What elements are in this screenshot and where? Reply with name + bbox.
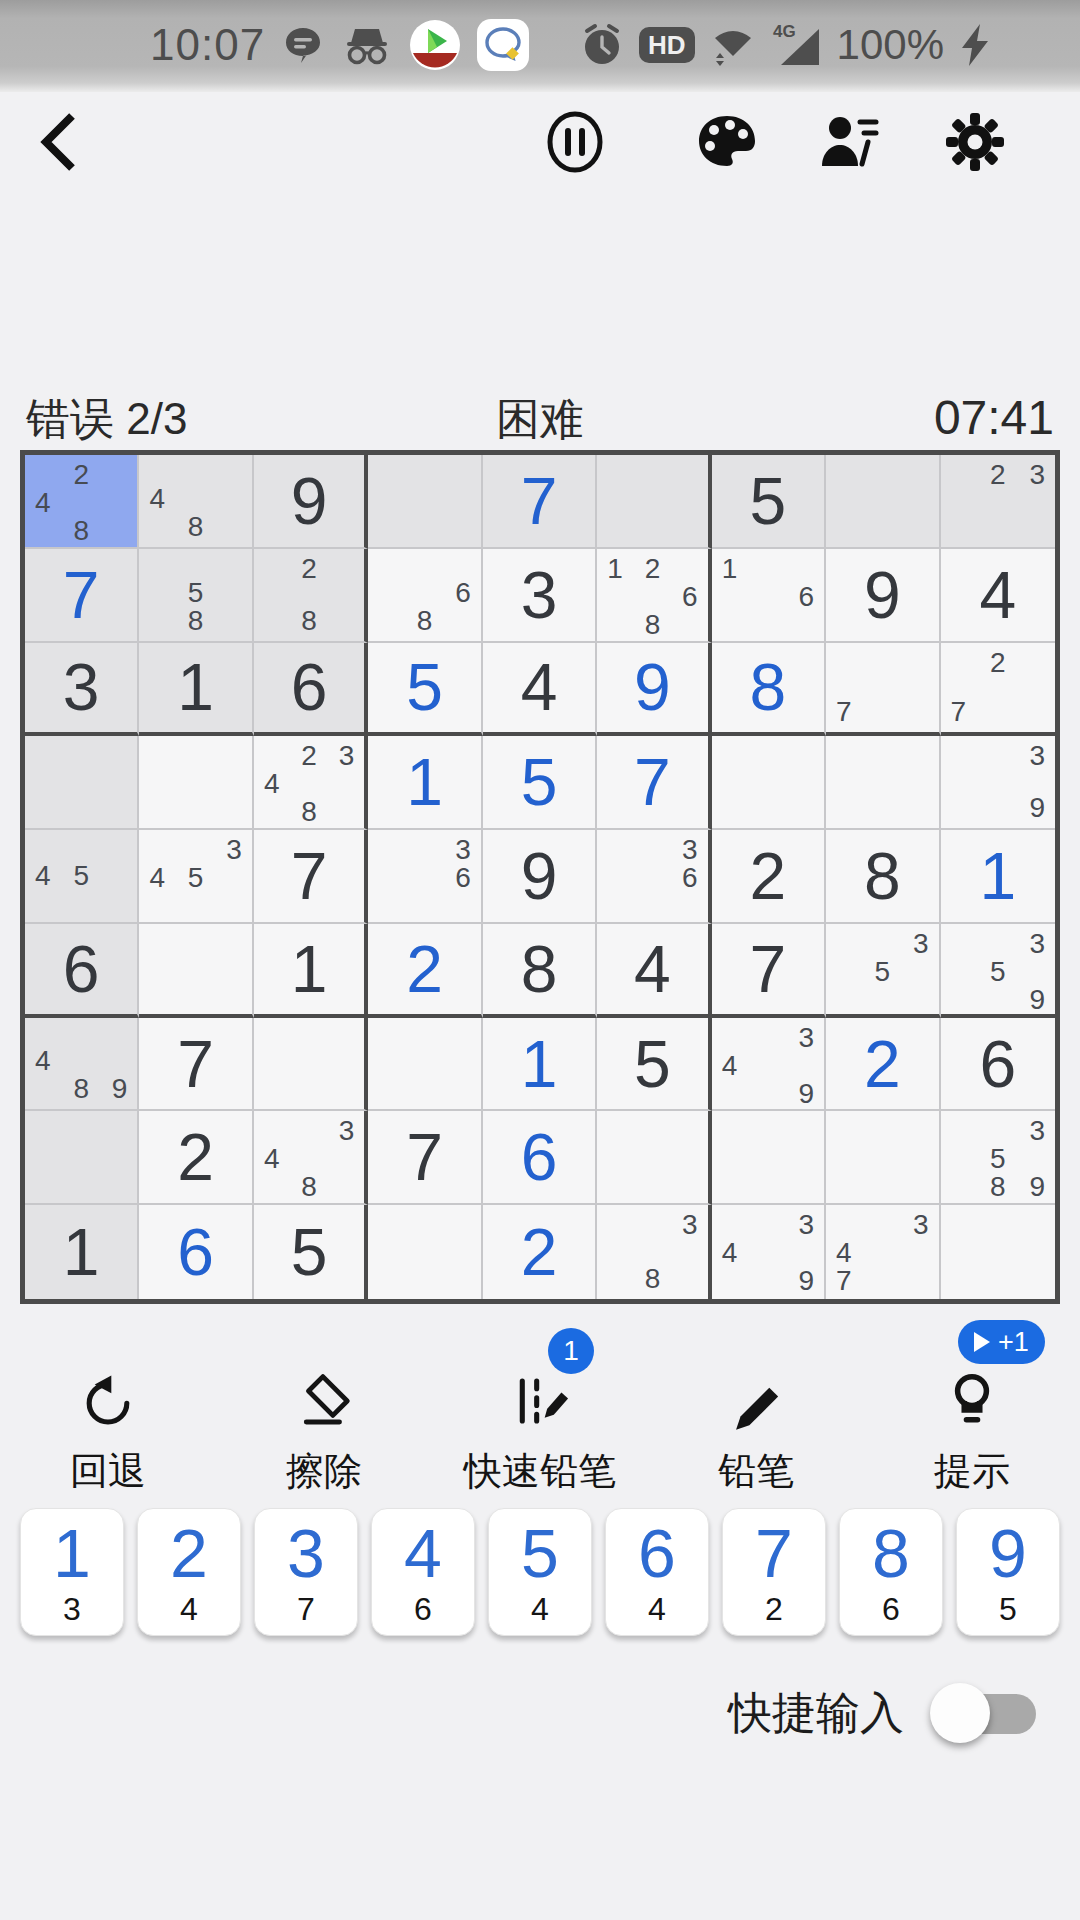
user-digit: 8 bbox=[712, 643, 824, 733]
video-app-icon bbox=[409, 19, 461, 71]
message-icon bbox=[281, 23, 325, 67]
user-digit: 1 bbox=[941, 830, 1055, 922]
pencil-marks: 28 bbox=[254, 549, 364, 641]
pencil-mark: 8 bbox=[73, 517, 89, 545]
given-digit: 5 bbox=[712, 455, 824, 547]
pencil-mark: 4 bbox=[35, 862, 51, 890]
cell-r6c8[interactable]: 35 bbox=[826, 924, 940, 1018]
given-digit: 9 bbox=[826, 549, 938, 641]
profile-button[interactable] bbox=[816, 110, 880, 174]
cell-r1c1[interactable]: 248 bbox=[25, 455, 139, 549]
pencil-marks: 3589 bbox=[941, 1111, 1055, 1203]
cell-r2c3[interactable]: 28 bbox=[254, 549, 368, 643]
cell-r9c5[interactable]: 2 bbox=[483, 1205, 597, 1299]
numpad-button-7[interactable]: 72 bbox=[722, 1508, 826, 1636]
cell-r1c7[interactable]: 5 bbox=[712, 455, 826, 549]
quick-input-row: 快捷输入 bbox=[0, 1668, 1080, 1758]
cell-r4c9[interactable]: 39 bbox=[941, 736, 1055, 830]
pencil-marks: 348 bbox=[254, 1111, 364, 1203]
cell-r8c8[interactable] bbox=[826, 1111, 940, 1205]
cell-r5c8[interactable]: 8 bbox=[826, 830, 940, 924]
pencil-mark: 1 bbox=[722, 555, 738, 583]
hd-badge: HD bbox=[639, 27, 695, 63]
wifi-icon bbox=[709, 22, 757, 68]
pencil-mark: 5 bbox=[875, 958, 891, 986]
pencil-mark: 9 bbox=[799, 1267, 815, 1295]
pencil-marks: 349 bbox=[712, 1205, 824, 1299]
pencil-marks: 45 bbox=[25, 830, 137, 922]
cell-r4c4[interactable]: 1 bbox=[368, 736, 482, 830]
numpad-digit: 4 bbox=[404, 1519, 442, 1587]
pencil-mark: 5 bbox=[188, 579, 204, 607]
erase-button[interactable]: 擦除 bbox=[216, 1330, 432, 1505]
cell-r9c2[interactable]: 6 bbox=[139, 1205, 253, 1299]
pencil-marks: 23 bbox=[941, 455, 1055, 547]
quick-pencil-button[interactable]: 1 快速铅笔 bbox=[432, 1330, 648, 1505]
pencil-marks: 38 bbox=[597, 1205, 707, 1299]
cell-r9c6[interactable]: 38 bbox=[597, 1205, 711, 1299]
sudoku-board: 2484897523758286831268169431654987272348… bbox=[20, 450, 1060, 1304]
cell-r7c2[interactable]: 7 bbox=[139, 1018, 253, 1112]
cell-r8c9[interactable]: 3589 bbox=[941, 1111, 1055, 1205]
hint-label: 提示 bbox=[934, 1446, 1010, 1497]
pencil-mark: 8 bbox=[301, 798, 317, 826]
pencil-mark: 7 bbox=[836, 1267, 852, 1295]
given-digit: 2 bbox=[712, 830, 824, 922]
game-info-row: 困难 错误 2/3 07:41 bbox=[0, 390, 1080, 450]
cell-r7c4[interactable] bbox=[368, 1018, 482, 1112]
toolbar: 回退 擦除 1 快速铅笔 铅笔 +1 bbox=[0, 1330, 1080, 1505]
pencil-icon bbox=[725, 1370, 787, 1432]
pencil-mark: 6 bbox=[682, 864, 698, 892]
eraser-icon bbox=[293, 1370, 355, 1432]
given-digit: 9 bbox=[254, 455, 364, 547]
user-digit: 7 bbox=[597, 736, 707, 828]
given-digit: 3 bbox=[25, 643, 137, 733]
pencil-marks: 68 bbox=[368, 549, 480, 641]
hint-badge: +1 bbox=[958, 1320, 1045, 1364]
cell-r7c6[interactable]: 5 bbox=[597, 1018, 711, 1112]
user-digit: 1 bbox=[368, 736, 480, 828]
quick-input-label: 快捷输入 bbox=[728, 1684, 904, 1743]
numpad-button-4[interactable]: 46 bbox=[371, 1508, 475, 1636]
pencil-mark: 8 bbox=[188, 607, 204, 635]
pencil-marks: 359 bbox=[941, 924, 1055, 1014]
cell-r4c3[interactable]: 2348 bbox=[254, 736, 368, 830]
pencil-mark: 6 bbox=[455, 864, 471, 892]
pencil-mark: 8 bbox=[645, 611, 661, 639]
cell-r6c6[interactable]: 4 bbox=[597, 924, 711, 1018]
cell-r4c1[interactable] bbox=[25, 736, 139, 830]
pencil-mark: 5 bbox=[990, 1145, 1006, 1173]
pencil-mark: 8 bbox=[417, 607, 433, 635]
cell-r5c1[interactable]: 45 bbox=[25, 830, 139, 924]
pencil-mark: 2 bbox=[73, 461, 89, 489]
settings-gear-button[interactable] bbox=[943, 110, 1007, 174]
cell-r7c8[interactable]: 2 bbox=[826, 1018, 940, 1112]
given-digit: 1 bbox=[254, 924, 364, 1014]
cell-r7c9[interactable]: 6 bbox=[941, 1018, 1055, 1112]
numpad-button-8[interactable]: 86 bbox=[839, 1508, 943, 1636]
pencil-mark: 1 bbox=[607, 555, 623, 583]
cell-r4c2[interactable] bbox=[139, 736, 253, 830]
cell-r3c4[interactable]: 5 bbox=[368, 643, 482, 737]
chat-app-icon bbox=[477, 19, 529, 71]
given-digit: 1 bbox=[139, 643, 251, 733]
pencil-mark: 3 bbox=[455, 836, 471, 864]
cell-r4c6[interactable]: 7 bbox=[597, 736, 711, 830]
mistakes-counter: 错误 2/3 bbox=[26, 390, 187, 449]
status-bar: 10:07 HD 4G 100% bbox=[0, 0, 1080, 92]
pencil-mark: 3 bbox=[339, 742, 355, 770]
pencil-mark: 8 bbox=[73, 1075, 89, 1103]
pencil-marks: 248 bbox=[25, 455, 137, 547]
given-digit: 7 bbox=[712, 924, 824, 1014]
pencil-marks: 349 bbox=[712, 1018, 824, 1110]
network-type-label: 4G bbox=[773, 22, 796, 41]
cell-r3c3[interactable]: 6 bbox=[254, 643, 368, 737]
given-digit: 8 bbox=[483, 924, 595, 1014]
numpad-remaining-count: 4 bbox=[531, 1591, 549, 1628]
cell-r2c4[interactable]: 68 bbox=[368, 549, 482, 643]
given-digit: 2 bbox=[139, 1111, 251, 1203]
cell-r5c6[interactable]: 36 bbox=[597, 830, 711, 924]
pencil-mark: 4 bbox=[264, 1145, 280, 1173]
cell-r9c7[interactable]: 349 bbox=[712, 1205, 826, 1299]
theme-palette-button[interactable] bbox=[695, 110, 759, 174]
cell-r4c7[interactable] bbox=[712, 736, 826, 830]
nav-bar bbox=[0, 92, 1080, 212]
undo-button[interactable]: 回退 bbox=[0, 1330, 216, 1505]
pencil-mark: 9 bbox=[1029, 1173, 1045, 1201]
user-digit: 7 bbox=[25, 549, 137, 641]
cell-r9c9[interactable] bbox=[941, 1205, 1055, 1299]
cell-r3c5[interactable]: 4 bbox=[483, 643, 597, 737]
given-digit: 7 bbox=[254, 830, 364, 922]
cell-r7c3[interactable] bbox=[254, 1018, 368, 1112]
game-timer: 07:41 bbox=[934, 390, 1054, 445]
pencil-mark: 8 bbox=[301, 607, 317, 635]
cell-r3c6[interactable]: 9 bbox=[597, 643, 711, 737]
given-digit: 7 bbox=[368, 1111, 480, 1203]
cell-r2c8[interactable]: 9 bbox=[826, 549, 940, 643]
pencil-marks: 489 bbox=[25, 1018, 137, 1110]
pencil-mark: 2 bbox=[990, 649, 1006, 677]
pencil-mark: 2 bbox=[990, 461, 1006, 489]
given-digit: 4 bbox=[483, 643, 595, 733]
given-digit: 5 bbox=[597, 1018, 707, 1110]
numpad-digit: 7 bbox=[755, 1519, 793, 1587]
pencil-mark: 3 bbox=[799, 1024, 815, 1052]
numpad-remaining-count: 6 bbox=[414, 1591, 432, 1628]
cell-r3c9[interactable]: 27 bbox=[941, 643, 1055, 737]
pencil-mark: 3 bbox=[1029, 930, 1045, 958]
cell-r8c5[interactable]: 6 bbox=[483, 1111, 597, 1205]
cell-r8c7[interactable] bbox=[712, 1111, 826, 1205]
pencil-mark: 3 bbox=[682, 1211, 698, 1239]
numpad-remaining-count: 2 bbox=[765, 1591, 783, 1628]
pencil-marks: 16 bbox=[712, 549, 824, 641]
pencil-marks: 58 bbox=[139, 549, 251, 641]
pencil-mark: 4 bbox=[35, 489, 51, 517]
pencil-mark: 8 bbox=[301, 1173, 317, 1201]
given-digit: 1 bbox=[25, 1205, 137, 1299]
number-pad: 132437465464728695 bbox=[20, 1508, 1060, 1636]
pencil-mark: 3 bbox=[339, 1117, 355, 1145]
user-digit: 5 bbox=[483, 736, 595, 828]
numpad-button-9[interactable]: 95 bbox=[956, 1508, 1060, 1636]
numpad-button-1[interactable]: 13 bbox=[20, 1508, 124, 1636]
given-digit: 3 bbox=[483, 549, 595, 641]
numpad-digit: 8 bbox=[872, 1519, 910, 1587]
cell-r7c7[interactable]: 349 bbox=[712, 1018, 826, 1112]
pencil-mark: 4 bbox=[722, 1052, 738, 1080]
cell-r5c2[interactable]: 345 bbox=[139, 830, 253, 924]
erase-label: 擦除 bbox=[286, 1446, 362, 1497]
pencil-mark: 2 bbox=[301, 742, 317, 770]
pencil-marks: 347 bbox=[826, 1205, 938, 1299]
cell-r1c6[interactable] bbox=[597, 455, 711, 549]
pencil-mark: 5 bbox=[73, 862, 89, 890]
pencil-mark: 3 bbox=[1029, 1117, 1045, 1145]
incognito-icon bbox=[341, 21, 393, 69]
cell-r5c3[interactable]: 7 bbox=[254, 830, 368, 924]
pencil-mark: 6 bbox=[799, 583, 815, 611]
pencil-marks: 35 bbox=[826, 924, 938, 1014]
given-digit: 4 bbox=[597, 924, 707, 1014]
pencil-mark: 7 bbox=[951, 698, 967, 726]
pencil-label: 铅笔 bbox=[718, 1446, 794, 1497]
cell-r8c4[interactable]: 7 bbox=[368, 1111, 482, 1205]
user-digit: 6 bbox=[483, 1111, 595, 1203]
numpad-remaining-count: 6 bbox=[882, 1591, 900, 1628]
cell-r1c3[interactable]: 9 bbox=[254, 455, 368, 549]
user-digit: 5 bbox=[368, 643, 480, 733]
user-digit: 2 bbox=[483, 1205, 595, 1299]
cell-r6c3[interactable]: 1 bbox=[254, 924, 368, 1018]
user-digit: 9 bbox=[597, 643, 707, 733]
cell-r6c2[interactable] bbox=[139, 924, 253, 1018]
pencil-marks: 27 bbox=[941, 643, 1055, 733]
pencil-button[interactable]: 铅笔 bbox=[648, 1330, 864, 1505]
pencil-mark: 2 bbox=[301, 555, 317, 583]
hint-badge-count: +1 bbox=[998, 1327, 1029, 1358]
cell-r7c1[interactable]: 489 bbox=[25, 1018, 139, 1112]
given-digit: 9 bbox=[483, 830, 595, 922]
given-digit: 6 bbox=[25, 924, 137, 1014]
hint-bulb-icon bbox=[941, 1370, 1003, 1432]
cell-r3c7[interactable]: 8 bbox=[712, 643, 826, 737]
quick-pencil-icon bbox=[509, 1370, 571, 1432]
cell-r2c2[interactable]: 58 bbox=[139, 549, 253, 643]
cell-r6c7[interactable]: 7 bbox=[712, 924, 826, 1018]
sudoku-app-screen: 10:07 HD 4G 100% bbox=[0, 0, 1080, 1920]
cell-r8c3[interactable]: 348 bbox=[254, 1111, 368, 1205]
cell-r2c6[interactable]: 1268 bbox=[597, 549, 711, 643]
quick-pencil-badge: 1 bbox=[548, 1328, 594, 1374]
cell-r6c5[interactable]: 8 bbox=[483, 924, 597, 1018]
pencil-mark: 9 bbox=[1029, 794, 1045, 822]
ad-play-icon bbox=[974, 1332, 990, 1352]
numpad-digit: 5 bbox=[521, 1519, 559, 1587]
pencil-mark: 6 bbox=[455, 579, 471, 607]
user-digit: 7 bbox=[483, 455, 595, 547]
pencil-mark: 5 bbox=[188, 864, 204, 892]
cell-r8c1[interactable] bbox=[25, 1111, 139, 1205]
numpad-remaining-count: 7 bbox=[297, 1591, 315, 1628]
numpad-digit: 1 bbox=[53, 1519, 91, 1587]
cell-r8c2[interactable]: 2 bbox=[139, 1111, 253, 1205]
user-digit: 6 bbox=[139, 1205, 251, 1299]
cell-r9c4[interactable] bbox=[368, 1205, 482, 1299]
pencil-mark: 8 bbox=[645, 1265, 661, 1293]
cell-r9c3[interactable]: 5 bbox=[254, 1205, 368, 1299]
cell-r3c1[interactable]: 3 bbox=[25, 643, 139, 737]
cell-r7c5[interactable]: 1 bbox=[483, 1018, 597, 1112]
pencil-marks: 7 bbox=[826, 643, 938, 733]
pencil-mark: 7 bbox=[836, 698, 852, 726]
pencil-mark: 3 bbox=[1029, 742, 1045, 770]
pencil-mark: 4 bbox=[836, 1239, 852, 1267]
cell-r2c5[interactable]: 3 bbox=[483, 549, 597, 643]
pencil-marks: 2348 bbox=[254, 736, 364, 828]
pencil-mark: 3 bbox=[913, 1211, 929, 1239]
numpad-remaining-count: 4 bbox=[648, 1591, 666, 1628]
pencil-mark: 3 bbox=[682, 836, 698, 864]
numpad-remaining-count: 3 bbox=[63, 1591, 81, 1628]
cell-r2c9[interactable]: 4 bbox=[941, 549, 1055, 643]
battery-percentage: 100% bbox=[837, 21, 944, 69]
given-digit: 7 bbox=[139, 1018, 251, 1110]
cell-r5c9[interactable]: 1 bbox=[941, 830, 1055, 924]
quick-pencil-label: 快速铅笔 bbox=[464, 1446, 616, 1497]
cell-r5c7[interactable]: 2 bbox=[712, 830, 826, 924]
signal-4g-icon: 4G bbox=[771, 21, 823, 69]
numpad-remaining-count: 5 bbox=[999, 1591, 1017, 1628]
hint-button[interactable]: +1 提示 bbox=[864, 1330, 1080, 1505]
cell-r5c5[interactable]: 9 bbox=[483, 830, 597, 924]
given-digit: 6 bbox=[941, 1018, 1055, 1110]
pencil-marks: 36 bbox=[597, 830, 707, 922]
cell-r2c1[interactable]: 7 bbox=[25, 549, 139, 643]
undo-icon bbox=[77, 1370, 139, 1432]
pencil-marks: 36 bbox=[368, 830, 480, 922]
pencil-mark: 2 bbox=[645, 555, 661, 583]
pencil-marks: 48 bbox=[139, 455, 251, 547]
pencil-mark: 5 bbox=[990, 958, 1006, 986]
numpad-button-3[interactable]: 37 bbox=[254, 1508, 358, 1636]
pencil-mark: 9 bbox=[1029, 986, 1045, 1014]
numpad-digit: 3 bbox=[287, 1519, 325, 1587]
cell-r1c4[interactable] bbox=[368, 455, 482, 549]
cell-r9c1[interactable]: 1 bbox=[25, 1205, 139, 1299]
pencil-mark: 8 bbox=[990, 1173, 1006, 1201]
cell-r6c1[interactable]: 6 bbox=[25, 924, 139, 1018]
numpad-digit: 6 bbox=[638, 1519, 676, 1587]
given-digit: 5 bbox=[254, 1205, 364, 1299]
pencil-mark: 4 bbox=[264, 770, 280, 798]
pencil-mark: 9 bbox=[799, 1080, 815, 1108]
numpad-digit: 2 bbox=[170, 1519, 208, 1587]
undo-label: 回退 bbox=[70, 1446, 146, 1497]
pencil-mark: 3 bbox=[226, 836, 242, 864]
pencil-mark: 9 bbox=[112, 1075, 128, 1103]
alarm-clock-icon bbox=[579, 22, 625, 68]
pencil-mark: 8 bbox=[188, 513, 204, 541]
pencil-marks: 345 bbox=[139, 830, 251, 922]
user-digit: 2 bbox=[826, 1018, 938, 1110]
numpad-button-2[interactable]: 24 bbox=[137, 1508, 241, 1636]
cell-r1c8[interactable] bbox=[826, 455, 940, 549]
pencil-mark: 4 bbox=[149, 864, 165, 892]
cell-r1c9[interactable]: 23 bbox=[941, 455, 1055, 549]
quick-input-toggle[interactable] bbox=[934, 1692, 1036, 1734]
pencil-mark: 6 bbox=[682, 583, 698, 611]
toggle-knob bbox=[930, 1683, 990, 1743]
pencil-mark: 3 bbox=[913, 930, 929, 958]
cell-r6c9[interactable]: 359 bbox=[941, 924, 1055, 1018]
numpad-button-6[interactable]: 64 bbox=[605, 1508, 709, 1636]
cell-r2c7[interactable]: 16 bbox=[712, 549, 826, 643]
user-digit: 2 bbox=[368, 924, 480, 1014]
pencil-mark: 4 bbox=[722, 1239, 738, 1267]
cell-r6c4[interactable]: 2 bbox=[368, 924, 482, 1018]
cell-r8c6[interactable] bbox=[597, 1111, 711, 1205]
cell-r3c8[interactable]: 7 bbox=[826, 643, 940, 737]
given-digit: 6 bbox=[254, 643, 364, 733]
numpad-digit: 9 bbox=[989, 1519, 1027, 1587]
given-digit: 8 bbox=[826, 830, 938, 922]
pencil-mark: 3 bbox=[799, 1211, 815, 1239]
numpad-button-5[interactable]: 54 bbox=[488, 1508, 592, 1636]
cell-r3c2[interactable]: 1 bbox=[139, 643, 253, 737]
cell-r4c8[interactable] bbox=[826, 736, 940, 830]
user-digit: 1 bbox=[483, 1018, 595, 1110]
back-button[interactable] bbox=[26, 110, 90, 174]
cell-r1c5[interactable]: 7 bbox=[483, 455, 597, 549]
pencil-mark: 3 bbox=[1029, 461, 1045, 489]
clock-time: 10:07 bbox=[150, 20, 265, 70]
pencil-marks: 1268 bbox=[597, 549, 707, 641]
pencil-marks: 39 bbox=[941, 736, 1055, 828]
pencil-mark: 4 bbox=[35, 1047, 51, 1075]
pencil-mark: 4 bbox=[149, 485, 165, 513]
cell-r1c2[interactable]: 48 bbox=[139, 455, 253, 549]
cell-r5c4[interactable]: 36 bbox=[368, 830, 482, 924]
given-digit: 4 bbox=[941, 549, 1055, 641]
charging-bolt-icon bbox=[958, 22, 992, 68]
pause-button[interactable] bbox=[543, 110, 607, 174]
cell-r4c5[interactable]: 5 bbox=[483, 736, 597, 830]
cell-r9c8[interactable]: 347 bbox=[826, 1205, 940, 1299]
numpad-remaining-count: 4 bbox=[180, 1591, 198, 1628]
